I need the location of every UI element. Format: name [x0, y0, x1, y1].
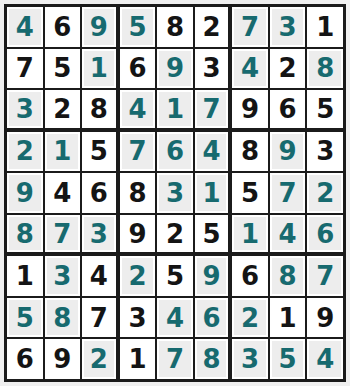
- digit: 1: [166, 96, 184, 122]
- cell-fill: 5: [9, 300, 41, 336]
- cell-fill: 5: [197, 217, 227, 251]
- digit: 1: [53, 138, 71, 164]
- digit: 6: [316, 221, 334, 247]
- cell-r5c7[interactable]: 5: [232, 173, 268, 213]
- digit: 8: [241, 138, 259, 164]
- cell-r6c8[interactable]: 4: [270, 215, 306, 253]
- cell-fill: 6: [272, 92, 304, 126]
- cell-fill: 2: [47, 92, 79, 126]
- cell-fill: 6: [84, 175, 114, 211]
- cell-fill: 9: [197, 258, 227, 294]
- digit: 1: [128, 346, 146, 372]
- digit: 1: [279, 305, 297, 331]
- cell-fill: 1: [84, 51, 114, 87]
- cell-r9c2[interactable]: 9: [45, 339, 81, 379]
- cell-r4c2[interactable]: 1: [45, 132, 81, 172]
- digit: 1: [203, 180, 221, 206]
- cell-fill: 6: [47, 9, 79, 45]
- cell-fill: 7: [84, 300, 114, 336]
- cell-fill: 4: [234, 51, 266, 87]
- digit: 3: [203, 55, 221, 81]
- digit: 6: [166, 138, 184, 164]
- cell-r4c4[interactable]: 7: [120, 132, 156, 172]
- cell-r6c1[interactable]: 8: [7, 215, 43, 253]
- cell-fill: 5: [47, 51, 79, 87]
- cell-r2c8[interactable]: 2: [270, 49, 306, 89]
- cell-fill: 9: [84, 9, 114, 45]
- digit: 8: [128, 180, 146, 206]
- cell-r9c1[interactable]: 6: [7, 339, 43, 379]
- cell-fill: 4: [122, 92, 154, 126]
- cell-r4c3[interactable]: 5: [82, 132, 116, 172]
- cell-fill: 7: [272, 175, 304, 211]
- digit: 8: [16, 221, 34, 247]
- cell-r7c7[interactable]: 6: [232, 256, 268, 296]
- digit: 2: [90, 346, 108, 372]
- cell-r1c9[interactable]: 1: [307, 7, 343, 47]
- cell-r4c7[interactable]: 8: [232, 132, 268, 172]
- digit: 3: [90, 221, 108, 247]
- cell-r9c8[interactable]: 5: [270, 339, 306, 379]
- cell-r4c1[interactable]: 2: [7, 132, 43, 172]
- cell-fill: 3: [309, 134, 341, 170]
- digit: 5: [166, 263, 184, 289]
- cell-r5c9[interactable]: 2: [307, 173, 343, 213]
- digit: 3: [316, 138, 334, 164]
- cell-fill: 8: [9, 217, 41, 251]
- cell-fill: 7: [9, 51, 41, 87]
- cell-fill: 1: [159, 92, 191, 126]
- cell-fill: 8: [197, 341, 227, 377]
- cell-r7c6[interactable]: 9: [195, 256, 229, 296]
- cell-r7c3[interactable]: 4: [82, 256, 116, 296]
- cell-r5c4[interactable]: 8: [120, 173, 156, 213]
- cell-fill: 6: [159, 134, 191, 170]
- cell-r3c6[interactable]: 7: [195, 90, 229, 128]
- cell-r8c7[interactable]: 2: [232, 298, 268, 338]
- cell-fill: 8: [122, 175, 154, 211]
- cell-fill: 4: [9, 9, 41, 45]
- cell-r3c2[interactable]: 2: [45, 90, 81, 128]
- digit: 7: [16, 55, 34, 81]
- digit: 5: [90, 138, 108, 164]
- cell-fill: 2: [122, 258, 154, 294]
- cell-r4c6[interactable]: 4: [195, 132, 229, 172]
- cell-fill: 3: [47, 258, 79, 294]
- cell-r4c9[interactable]: 3: [307, 132, 343, 172]
- digit: 4: [128, 96, 146, 122]
- cell-r4c8[interactable]: 9: [270, 132, 306, 172]
- cell-fill: 2: [309, 175, 341, 211]
- page: 4695827317516934283284179652157648939468…: [0, 0, 350, 386]
- digit: 7: [241, 14, 259, 40]
- cell-fill: 9: [309, 300, 341, 336]
- digit: 9: [128, 221, 146, 247]
- cell-fill: 4: [47, 175, 79, 211]
- cell-fill: 4: [159, 300, 191, 336]
- cell-fill: 1: [47, 134, 79, 170]
- cell-r3c9[interactable]: 5: [307, 90, 343, 128]
- cell-fill: 3: [122, 300, 154, 336]
- digit: 4: [241, 55, 259, 81]
- cell-fill: 5: [309, 92, 341, 126]
- cell-r7c1[interactable]: 1: [7, 256, 43, 296]
- digit: 8: [279, 263, 297, 289]
- cell-fill: 8: [47, 300, 79, 336]
- digit: 1: [90, 55, 108, 81]
- cell-r3c3[interactable]: 8: [82, 90, 116, 128]
- cell-r9c5[interactable]: 7: [157, 339, 193, 379]
- digit: 3: [241, 346, 259, 372]
- cell-fill: 9: [47, 341, 79, 377]
- digit: 6: [90, 180, 108, 206]
- cell-r3c5[interactable]: 1: [157, 90, 193, 128]
- digit: 5: [53, 55, 71, 81]
- cell-r7c8[interactable]: 8: [270, 256, 306, 296]
- cell-r9c6[interactable]: 8: [195, 339, 229, 379]
- digit: 5: [16, 305, 34, 331]
- cell-r4c5[interactable]: 6: [157, 132, 193, 172]
- cell-fill: 3: [84, 217, 114, 251]
- cell-r6c3[interactable]: 3: [82, 215, 116, 253]
- cell-r1c4[interactable]: 5: [120, 7, 156, 47]
- digit: 7: [279, 180, 297, 206]
- cell-r8c2[interactable]: 8: [45, 298, 81, 338]
- digit: 3: [166, 180, 184, 206]
- cell-fill: 3: [159, 175, 191, 211]
- digit: 9: [279, 138, 297, 164]
- cell-r8c1[interactable]: 5: [7, 298, 43, 338]
- digit: 6: [53, 14, 71, 40]
- digit: 2: [128, 263, 146, 289]
- cell-fill: 5: [122, 9, 154, 45]
- digit: 6: [241, 263, 259, 289]
- cell-r7c9[interactable]: 7: [307, 256, 343, 296]
- sudoku-board: 4695827317516934283284179652157648939468…: [4, 4, 346, 382]
- digit: 7: [128, 138, 146, 164]
- cell-r5c5[interactable]: 3: [157, 173, 193, 213]
- cell-fill: 1: [234, 217, 266, 251]
- cell-r9c3[interactable]: 2: [82, 339, 116, 379]
- cell-r5c2[interactable]: 4: [45, 173, 81, 213]
- cell-fill: 2: [84, 341, 114, 377]
- digit: 2: [279, 55, 297, 81]
- cell-r6c5[interactable]: 2: [157, 215, 193, 253]
- cell-fill: 2: [234, 300, 266, 336]
- digit: 5: [203, 221, 221, 247]
- cell-r3c4[interactable]: 4: [120, 90, 156, 128]
- digit: 3: [128, 305, 146, 331]
- cell-r1c3[interactable]: 9: [82, 7, 116, 47]
- digit: 2: [203, 14, 221, 40]
- cell-fill: 3: [197, 51, 227, 87]
- digit: 5: [316, 96, 334, 122]
- cell-fill: 7: [159, 341, 191, 377]
- cell-r1c8[interactable]: 3: [270, 7, 306, 47]
- cell-r9c7[interactable]: 3: [232, 339, 268, 379]
- digit: 8: [203, 346, 221, 372]
- cell-fill: 9: [272, 134, 304, 170]
- digit: 9: [53, 346, 71, 372]
- digit: 2: [166, 221, 184, 247]
- cell-r1c6[interactable]: 2: [195, 7, 229, 47]
- cell-fill: 1: [9, 258, 41, 294]
- cell-r2c6[interactable]: 3: [195, 49, 229, 89]
- cell-fill: 7: [309, 258, 341, 294]
- cell-fill: 7: [122, 134, 154, 170]
- cell-r2c3[interactable]: 1: [82, 49, 116, 89]
- cell-fill: 6: [9, 341, 41, 377]
- cell-fill: 9: [122, 217, 154, 251]
- digit: 7: [166, 346, 184, 372]
- cell-fill: 8: [309, 51, 341, 87]
- cell-r6c9[interactable]: 6: [307, 215, 343, 253]
- cell-fill: 1: [197, 175, 227, 211]
- cell-fill: 2: [197, 9, 227, 45]
- cell-r1c5[interactable]: 8: [157, 7, 193, 47]
- cell-r8c3[interactable]: 7: [82, 298, 116, 338]
- cell-fill: 2: [9, 134, 41, 170]
- cell-fill: 7: [234, 9, 266, 45]
- cell-r1c2[interactable]: 6: [45, 7, 81, 47]
- digit: 3: [53, 263, 71, 289]
- digit: 8: [166, 14, 184, 40]
- cell-r3c8[interactable]: 6: [270, 90, 306, 128]
- cell-fill: 3: [272, 9, 304, 45]
- cell-r2c5[interactable]: 9: [157, 49, 193, 89]
- cell-fill: 7: [47, 217, 79, 251]
- digit: 4: [53, 180, 71, 206]
- cell-r9c4[interactable]: 1: [120, 339, 156, 379]
- cell-fill: 9: [234, 92, 266, 126]
- digit: 8: [316, 55, 334, 81]
- cell-r7c4[interactable]: 2: [120, 256, 156, 296]
- digit: 3: [279, 14, 297, 40]
- cell-fill: 4: [272, 217, 304, 251]
- digit: 5: [128, 14, 146, 40]
- cell-r2c1[interactable]: 7: [7, 49, 43, 89]
- digit: 7: [53, 221, 71, 247]
- cell-r9c9[interactable]: 4: [307, 339, 343, 379]
- cell-r8c8[interactable]: 1: [270, 298, 306, 338]
- cell-r6c2[interactable]: 7: [45, 215, 81, 253]
- cell-fill: 8: [159, 9, 191, 45]
- digit: 6: [203, 305, 221, 331]
- digit: 2: [53, 96, 71, 122]
- cell-fill: 2: [272, 51, 304, 87]
- cell-fill: 6: [197, 300, 227, 336]
- digit: 9: [166, 55, 184, 81]
- cell-fill: 6: [234, 258, 266, 294]
- cell-fill: 6: [309, 217, 341, 251]
- cell-fill: 8: [234, 134, 266, 170]
- cell-r5c1[interactable]: 9: [7, 173, 43, 213]
- cell-fill: 5: [272, 341, 304, 377]
- cell-fill: 3: [234, 341, 266, 377]
- cell-r8c4[interactable]: 3: [120, 298, 156, 338]
- cell-fill: 5: [234, 175, 266, 211]
- digit: 4: [90, 263, 108, 289]
- digit: 9: [203, 263, 221, 289]
- cell-r7c5[interactable]: 5: [157, 256, 193, 296]
- cell-r1c1[interactable]: 4: [7, 7, 43, 47]
- digit: 4: [316, 346, 334, 372]
- cell-fill: 8: [272, 258, 304, 294]
- cell-fill: 6: [122, 51, 154, 87]
- cell-r8c5[interactable]: 4: [157, 298, 193, 338]
- digit: 9: [316, 305, 334, 331]
- digit: 1: [241, 221, 259, 247]
- digit: 9: [241, 96, 259, 122]
- digit: 9: [90, 14, 108, 40]
- cell-r2c9[interactable]: 8: [307, 49, 343, 89]
- cell-fill: 9: [159, 51, 191, 87]
- cell-fill: 4: [197, 134, 227, 170]
- digit: 7: [90, 305, 108, 331]
- cell-r5c3[interactable]: 6: [82, 173, 116, 213]
- cell-fill: 9: [9, 175, 41, 211]
- digit: 6: [279, 96, 297, 122]
- cell-fill: 7: [197, 92, 227, 126]
- digit: 5: [279, 346, 297, 372]
- cell-fill: 2: [159, 217, 191, 251]
- cell-r6c4[interactable]: 9: [120, 215, 156, 253]
- cell-r3c1[interactable]: 3: [7, 90, 43, 128]
- digit: 6: [128, 55, 146, 81]
- digit: 2: [316, 180, 334, 206]
- cell-fill: 1: [122, 341, 154, 377]
- digit: 6: [16, 346, 34, 372]
- cell-fill: 4: [309, 341, 341, 377]
- digit: 4: [166, 305, 184, 331]
- cell-r5c8[interactable]: 7: [270, 173, 306, 213]
- cell-fill: 3: [9, 92, 41, 126]
- cell-r2c4[interactable]: 6: [120, 49, 156, 89]
- cell-fill: 5: [84, 134, 114, 170]
- digit: 7: [203, 96, 221, 122]
- cell-fill: 8: [84, 92, 114, 126]
- digit: 2: [16, 138, 34, 164]
- digit: 5: [241, 180, 259, 206]
- cell-r5c6[interactable]: 1: [195, 173, 229, 213]
- cell-r3c7[interactable]: 9: [232, 90, 268, 128]
- cell-r8c9[interactable]: 9: [307, 298, 343, 338]
- cell-r6c7[interactable]: 1: [232, 215, 268, 253]
- digit: 2: [241, 305, 259, 331]
- digit: 7: [316, 263, 334, 289]
- cell-r6c6[interactable]: 5: [195, 215, 229, 253]
- digit: 8: [53, 305, 71, 331]
- digit: 1: [316, 14, 334, 40]
- digit: 8: [90, 96, 108, 122]
- cell-r8c6[interactable]: 6: [195, 298, 229, 338]
- digit: 4: [203, 138, 221, 164]
- cell-fill: 1: [272, 300, 304, 336]
- cell-fill: 1: [309, 9, 341, 45]
- cell-r2c2[interactable]: 5: [45, 49, 81, 89]
- cell-fill: 5: [159, 258, 191, 294]
- cell-r1c7[interactable]: 7: [232, 7, 268, 47]
- cell-r7c2[interactable]: 3: [45, 256, 81, 296]
- digit: 9: [16, 180, 34, 206]
- digit: 3: [16, 96, 34, 122]
- digit: 4: [279, 221, 297, 247]
- cell-fill: 4: [84, 258, 114, 294]
- cell-r2c7[interactable]: 4: [232, 49, 268, 89]
- digit: 1: [16, 263, 34, 289]
- digit: 4: [16, 14, 34, 40]
